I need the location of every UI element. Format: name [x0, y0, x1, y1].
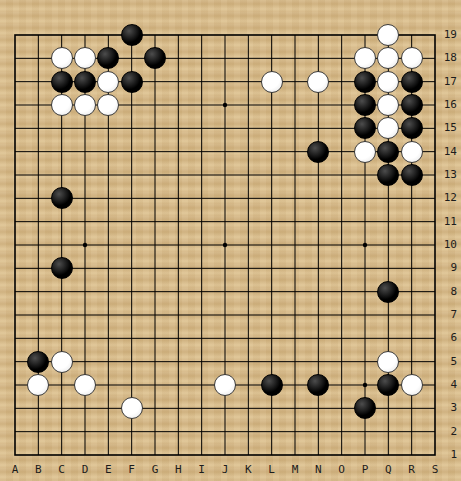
stone-white-C16[interactable]: [51, 94, 73, 116]
stone-black-N14[interactable]: [307, 141, 329, 163]
stone-white-C5[interactable]: [51, 351, 73, 373]
go-board-app: ABCDEFGHIJKLMNOPQRS 19181716151413121110…: [0, 0, 461, 481]
row-label-3: 3: [435, 402, 457, 414]
row-label-7: 7: [435, 309, 457, 321]
go-board[interactable]: [3, 23, 446, 466]
stone-black-R15[interactable]: [401, 117, 423, 139]
row-label-16: 16: [435, 99, 457, 111]
stone-white-D18[interactable]: [74, 47, 96, 69]
stone-black-Q13[interactable]: [377, 164, 399, 186]
stone-white-C18[interactable]: [51, 47, 73, 69]
row-label-5: 5: [435, 356, 457, 368]
row-label-9: 9: [435, 262, 457, 274]
stone-white-Q19[interactable]: [377, 24, 399, 46]
stone-white-P14[interactable]: [354, 141, 376, 163]
stone-white-R14[interactable]: [401, 141, 423, 163]
col-label-E: E: [98, 464, 118, 476]
stone-black-E18[interactable]: [97, 47, 119, 69]
stone-black-Q14[interactable]: [377, 141, 399, 163]
stone-black-P3[interactable]: [354, 397, 376, 419]
stone-black-D17[interactable]: [74, 71, 96, 93]
row-label-6: 6: [435, 332, 457, 344]
col-label-J: J: [215, 464, 235, 476]
col-label-I: I: [192, 464, 212, 476]
stone-black-R16[interactable]: [401, 94, 423, 116]
stone-white-E17[interactable]: [97, 71, 119, 93]
col-label-A: A: [5, 464, 25, 476]
stone-white-B4[interactable]: [27, 374, 49, 396]
stone-black-B5[interactable]: [27, 351, 49, 373]
stone-white-N17[interactable]: [307, 71, 329, 93]
col-label-F: F: [122, 464, 142, 476]
row-label-8: 8: [435, 286, 457, 298]
stone-black-P16[interactable]: [354, 94, 376, 116]
row-label-10: 10: [435, 239, 457, 251]
col-label-O: O: [332, 464, 352, 476]
stone-black-Q8[interactable]: [377, 281, 399, 303]
col-label-R: R: [402, 464, 422, 476]
stone-white-L17[interactable]: [261, 71, 283, 93]
stone-white-E16[interactable]: [97, 94, 119, 116]
col-label-D: D: [75, 464, 95, 476]
stone-white-R4[interactable]: [401, 374, 423, 396]
stone-white-Q5[interactable]: [377, 351, 399, 373]
stone-black-F17[interactable]: [121, 71, 143, 93]
stone-white-D4[interactable]: [74, 374, 96, 396]
col-label-B: B: [28, 464, 48, 476]
stone-black-F19[interactable]: [121, 24, 143, 46]
stone-white-Q18[interactable]: [377, 47, 399, 69]
row-label-4: 4: [435, 379, 457, 391]
stone-white-J4[interactable]: [214, 374, 236, 396]
row-label-19: 19: [435, 29, 457, 41]
row-label-11: 11: [435, 216, 457, 228]
stone-black-P15[interactable]: [354, 117, 376, 139]
stone-white-Q16[interactable]: [377, 94, 399, 116]
stone-white-F3[interactable]: [121, 397, 143, 419]
stone-black-C17[interactable]: [51, 71, 73, 93]
row-label-13: 13: [435, 169, 457, 181]
stone-white-R18[interactable]: [401, 47, 423, 69]
stone-white-P18[interactable]: [354, 47, 376, 69]
stone-black-G18[interactable]: [144, 47, 166, 69]
stone-black-Q4[interactable]: [377, 374, 399, 396]
stone-black-R13[interactable]: [401, 164, 423, 186]
stone-white-Q15[interactable]: [377, 117, 399, 139]
col-label-C: C: [52, 464, 72, 476]
col-label-N: N: [308, 464, 328, 476]
stone-black-P17[interactable]: [354, 71, 376, 93]
col-label-M: M: [285, 464, 305, 476]
col-label-H: H: [168, 464, 188, 476]
stone-black-R17[interactable]: [401, 71, 423, 93]
stone-black-C12[interactable]: [51, 187, 73, 209]
row-label-1: 1: [435, 449, 457, 461]
stone-black-L4[interactable]: [261, 374, 283, 396]
row-label-14: 14: [435, 146, 457, 158]
stone-white-Q17[interactable]: [377, 71, 399, 93]
stone-black-N4[interactable]: [307, 374, 329, 396]
row-label-2: 2: [435, 426, 457, 438]
stone-white-D16[interactable]: [74, 94, 96, 116]
stone-black-C9[interactable]: [51, 257, 73, 279]
row-label-12: 12: [435, 192, 457, 204]
row-label-15: 15: [435, 122, 457, 134]
col-label-S: S: [425, 464, 445, 476]
col-label-G: G: [145, 464, 165, 476]
col-label-Q: Q: [378, 464, 398, 476]
row-label-17: 17: [435, 76, 457, 88]
row-label-18: 18: [435, 52, 457, 64]
col-label-P: P: [355, 464, 375, 476]
col-label-K: K: [238, 464, 258, 476]
col-label-L: L: [262, 464, 282, 476]
